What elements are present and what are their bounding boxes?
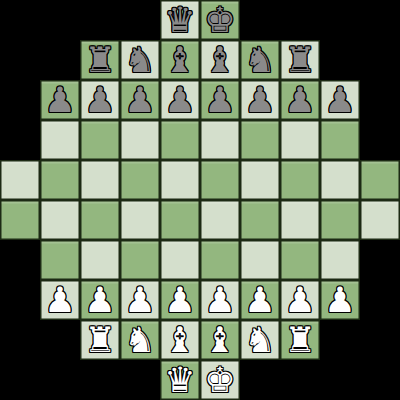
square-r3c6[interactable] <box>240 120 280 160</box>
piece-black-pawn[interactable]: ♟ <box>204 80 235 120</box>
square-r2c7[interactable]: ♟ <box>280 80 320 120</box>
square-r2c2[interactable]: ♟ <box>80 80 120 120</box>
square-r4c7[interactable] <box>280 160 320 200</box>
chess-board: ♛♚♜♞♝♝♞♜♟♟♟♟♟♟♟♟♟♟♟♟♟♟♟♟♜♞♝♝♞♜♛♚ <box>0 0 400 400</box>
square-r1c5[interactable]: ♝ <box>200 40 240 80</box>
square-r0c5[interactable]: ♚ <box>200 0 240 40</box>
square-r7c3[interactable]: ♟ <box>120 280 160 320</box>
square-r6c2[interactable] <box>80 240 120 280</box>
square-r1c6[interactable]: ♞ <box>240 40 280 80</box>
square-r4c4[interactable] <box>160 160 200 200</box>
square-r4c6[interactable] <box>240 160 280 200</box>
square-r7c8[interactable]: ♟ <box>320 280 360 320</box>
piece-black-rook[interactable]: ♜ <box>84 40 115 80</box>
square-r1c2[interactable]: ♜ <box>80 40 120 80</box>
square-r7c6[interactable]: ♟ <box>240 280 280 320</box>
piece-white-rook[interactable]: ♜ <box>284 320 315 360</box>
square-r6c5[interactable] <box>200 240 240 280</box>
square-r5c8[interactable] <box>320 200 360 240</box>
piece-white-pawn[interactable]: ♟ <box>44 280 75 320</box>
square-r5c9[interactable] <box>360 200 400 240</box>
piece-black-pawn[interactable]: ♟ <box>124 80 155 120</box>
square-r5c7[interactable] <box>280 200 320 240</box>
square-r6c8[interactable] <box>320 240 360 280</box>
square-r2c1[interactable]: ♟ <box>40 80 80 120</box>
piece-black-knight[interactable]: ♞ <box>124 40 155 80</box>
piece-black-knight[interactable]: ♞ <box>244 40 275 80</box>
square-r5c6[interactable] <box>240 200 280 240</box>
square-r4c2[interactable] <box>80 160 120 200</box>
piece-white-pawn[interactable]: ♟ <box>124 280 155 320</box>
square-r2c5[interactable]: ♟ <box>200 80 240 120</box>
piece-black-rook[interactable]: ♜ <box>284 40 315 80</box>
piece-white-pawn[interactable]: ♟ <box>284 280 315 320</box>
square-r7c1[interactable]: ♟ <box>40 280 80 320</box>
square-r8c6[interactable]: ♞ <box>240 320 280 360</box>
square-r3c2[interactable] <box>80 120 120 160</box>
piece-black-queen[interactable]: ♛ <box>164 0 195 40</box>
piece-black-pawn[interactable]: ♟ <box>244 80 275 120</box>
square-r2c8[interactable]: ♟ <box>320 80 360 120</box>
piece-black-pawn[interactable]: ♟ <box>44 80 75 120</box>
square-r3c5[interactable] <box>200 120 240 160</box>
square-r3c1[interactable] <box>40 120 80 160</box>
square-r7c2[interactable]: ♟ <box>80 280 120 320</box>
square-r1c7[interactable]: ♜ <box>280 40 320 80</box>
square-r8c5[interactable]: ♝ <box>200 320 240 360</box>
square-r1c4[interactable]: ♝ <box>160 40 200 80</box>
square-r4c8[interactable] <box>320 160 360 200</box>
square-r9c4[interactable]: ♛ <box>160 360 200 400</box>
piece-white-bishop[interactable]: ♝ <box>204 320 235 360</box>
piece-white-pawn[interactable]: ♟ <box>164 280 195 320</box>
piece-white-knight[interactable]: ♞ <box>124 320 155 360</box>
square-r8c7[interactable]: ♜ <box>280 320 320 360</box>
square-r8c3[interactable]: ♞ <box>120 320 160 360</box>
piece-white-king[interactable]: ♚ <box>204 360 235 400</box>
piece-black-pawn[interactable]: ♟ <box>324 80 355 120</box>
piece-black-bishop[interactable]: ♝ <box>204 40 235 80</box>
piece-white-bishop[interactable]: ♝ <box>164 320 195 360</box>
square-r5c1[interactable] <box>40 200 80 240</box>
square-r2c4[interactable]: ♟ <box>160 80 200 120</box>
piece-white-rook[interactable]: ♜ <box>84 320 115 360</box>
piece-black-pawn[interactable]: ♟ <box>164 80 195 120</box>
square-r4c0[interactable] <box>0 160 40 200</box>
square-r7c7[interactable]: ♟ <box>280 280 320 320</box>
square-r6c6[interactable] <box>240 240 280 280</box>
square-r3c3[interactable] <box>120 120 160 160</box>
square-r8c2[interactable]: ♜ <box>80 320 120 360</box>
piece-white-knight[interactable]: ♞ <box>244 320 275 360</box>
square-r9c5[interactable]: ♚ <box>200 360 240 400</box>
piece-white-pawn[interactable]: ♟ <box>204 280 235 320</box>
piece-white-queen[interactable]: ♛ <box>164 360 195 400</box>
square-r5c2[interactable] <box>80 200 120 240</box>
square-r4c9[interactable] <box>360 160 400 200</box>
square-r3c4[interactable] <box>160 120 200 160</box>
square-r5c4[interactable] <box>160 200 200 240</box>
piece-black-bishop[interactable]: ♝ <box>164 40 195 80</box>
square-r7c5[interactable]: ♟ <box>200 280 240 320</box>
square-r2c6[interactable]: ♟ <box>240 80 280 120</box>
square-r4c5[interactable] <box>200 160 240 200</box>
square-r1c3[interactable]: ♞ <box>120 40 160 80</box>
square-r8c4[interactable]: ♝ <box>160 320 200 360</box>
square-r4c3[interactable] <box>120 160 160 200</box>
square-r6c7[interactable] <box>280 240 320 280</box>
square-r6c3[interactable] <box>120 240 160 280</box>
square-r5c0[interactable] <box>0 200 40 240</box>
piece-black-pawn[interactable]: ♟ <box>284 80 315 120</box>
piece-white-pawn[interactable]: ♟ <box>244 280 275 320</box>
square-r5c5[interactable] <box>200 200 240 240</box>
square-r6c1[interactable] <box>40 240 80 280</box>
square-r2c3[interactable]: ♟ <box>120 80 160 120</box>
square-r3c7[interactable] <box>280 120 320 160</box>
square-r6c4[interactable] <box>160 240 200 280</box>
piece-black-king[interactable]: ♚ <box>204 0 235 40</box>
piece-white-pawn[interactable]: ♟ <box>324 280 355 320</box>
square-r3c8[interactable] <box>320 120 360 160</box>
square-r5c3[interactable] <box>120 200 160 240</box>
square-r7c4[interactable]: ♟ <box>160 280 200 320</box>
piece-black-pawn[interactable]: ♟ <box>84 80 115 120</box>
square-r0c4[interactable]: ♛ <box>160 0 200 40</box>
square-r4c1[interactable] <box>40 160 80 200</box>
piece-white-pawn[interactable]: ♟ <box>84 280 115 320</box>
